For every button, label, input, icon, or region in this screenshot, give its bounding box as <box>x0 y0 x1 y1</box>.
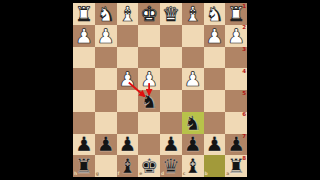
piece-white-pawn[interactable]: ♟ <box>95 25 117 47</box>
square-f3[interactable] <box>117 47 139 69</box>
piece-white-pawn[interactable]: ♟ <box>73 25 95 47</box>
square-b4[interactable] <box>204 68 226 90</box>
file-label-d: d <box>161 172 164 177</box>
square-g6[interactable] <box>95 112 117 134</box>
piece-white-pawn[interactable]: ♟ <box>204 25 226 47</box>
letterbox-left <box>0 0 73 180</box>
square-g2[interactable]: ♟ <box>95 25 117 47</box>
rank-label-2: 2 <box>242 25 246 31</box>
piece-white-pawn[interactable]: ♟ <box>138 68 160 90</box>
piece-white-knight[interactable]: ♞ <box>204 3 226 25</box>
file-label-e: e <box>139 172 142 177</box>
rank-label-8: 8 <box>242 156 246 162</box>
piece-black-pawn[interactable]: ♟ <box>160 134 182 156</box>
square-b1[interactable]: ♞ <box>204 3 226 25</box>
square-g7[interactable]: ♟ <box>95 134 117 156</box>
square-f6[interactable] <box>117 112 139 134</box>
rank-label-1: 1 <box>242 4 246 10</box>
square-a5[interactable]: 5 <box>225 90 247 112</box>
square-b5[interactable] <box>204 90 226 112</box>
piece-black-pawn[interactable]: ♟ <box>73 134 95 156</box>
square-e8[interactable]: ♚e <box>138 155 160 177</box>
square-e7[interactable] <box>138 134 160 156</box>
square-e2[interactable] <box>138 25 160 47</box>
square-b3[interactable] <box>204 47 226 69</box>
square-a3[interactable]: 3 <box>225 47 247 69</box>
square-a1[interactable]: ♜1 <box>225 3 247 25</box>
square-e4[interactable]: ♟ <box>138 68 160 90</box>
square-e6[interactable] <box>138 112 160 134</box>
piece-white-knight[interactable]: ♞ <box>95 3 117 25</box>
rank-label-3: 3 <box>242 47 246 53</box>
square-c7[interactable]: ♟ <box>182 134 204 156</box>
piece-black-knight[interactable]: ♞ <box>182 112 204 134</box>
square-c4[interactable]: ♟ <box>182 68 204 90</box>
square-d3[interactable] <box>160 47 182 69</box>
square-c8[interactable]: ♝c <box>182 155 204 177</box>
square-g5[interactable] <box>95 90 117 112</box>
piece-black-pawn[interactable]: ♟ <box>204 134 226 156</box>
square-a7[interactable]: ♟7 <box>225 134 247 156</box>
file-label-h: h <box>74 172 77 177</box>
square-b6[interactable] <box>204 112 226 134</box>
file-label-f: f <box>118 172 120 177</box>
square-a8[interactable]: ♜8a <box>225 155 247 177</box>
square-e3[interactable] <box>138 47 160 69</box>
file-label-a: a <box>226 172 229 177</box>
square-f7[interactable]: ♟ <box>117 134 139 156</box>
chess-board: ♜♞♝♚♛♝♞♜1♟♟♟♟23♟♟♟4♞5♞6♟♟♟♟♟♟♟7♜hg♝f♚e♛d… <box>73 3 247 177</box>
square-d1[interactable]: ♛ <box>160 3 182 25</box>
piece-white-king[interactable]: ♚ <box>138 3 160 25</box>
square-f4[interactable]: ♟ <box>117 68 139 90</box>
square-h7[interactable]: ♟ <box>73 134 95 156</box>
square-g3[interactable] <box>95 47 117 69</box>
square-h6[interactable] <box>73 112 95 134</box>
piece-black-bishop[interactable]: ♝ <box>117 155 139 177</box>
file-label-g: g <box>96 172 99 177</box>
square-c6[interactable]: ♞ <box>182 112 204 134</box>
square-c3[interactable] <box>182 47 204 69</box>
piece-white-queen[interactable]: ♛ <box>160 3 182 25</box>
square-d5[interactable] <box>160 90 182 112</box>
square-h1[interactable]: ♜ <box>73 3 95 25</box>
square-d6[interactable] <box>160 112 182 134</box>
square-e1[interactable]: ♚ <box>138 3 160 25</box>
square-b7[interactable]: ♟ <box>204 134 226 156</box>
square-g8[interactable]: g <box>95 155 117 177</box>
square-g1[interactable]: ♞ <box>95 3 117 25</box>
square-d7[interactable]: ♟ <box>160 134 182 156</box>
piece-black-pawn[interactable]: ♟ <box>95 134 117 156</box>
square-h2[interactable]: ♟ <box>73 25 95 47</box>
square-a6[interactable]: 6 <box>225 112 247 134</box>
piece-white-pawn[interactable]: ♟ <box>117 68 139 90</box>
piece-black-knight[interactable]: ♞ <box>138 90 160 112</box>
piece-white-pawn[interactable]: ♟ <box>182 68 204 90</box>
square-c1[interactable]: ♝ <box>182 3 204 25</box>
square-h3[interactable] <box>73 47 95 69</box>
rank-label-6: 6 <box>242 112 246 118</box>
square-d2[interactable] <box>160 25 182 47</box>
square-h4[interactable] <box>73 68 95 90</box>
square-d8[interactable]: ♛d <box>160 155 182 177</box>
square-f8[interactable]: ♝f <box>117 155 139 177</box>
square-g4[interactable] <box>95 68 117 90</box>
rank-label-5: 5 <box>242 91 246 97</box>
square-a4[interactable]: 4 <box>225 68 247 90</box>
square-h5[interactable] <box>73 90 95 112</box>
rank-label-7: 7 <box>242 134 246 140</box>
square-a2[interactable]: ♟2 <box>225 25 247 47</box>
file-label-c: c <box>183 172 186 177</box>
square-d4[interactable] <box>160 68 182 90</box>
piece-white-bishop[interactable]: ♝ <box>182 3 204 25</box>
video-frame: ♜♞♝♚♛♝♞♜1♟♟♟♟23♟♟♟4♞5♞6♟♟♟♟♟♟♟7♜hg♝f♚e♛d… <box>0 0 320 180</box>
rank-label-4: 4 <box>242 69 246 75</box>
square-f1[interactable]: ♝ <box>117 3 139 25</box>
piece-white-bishop[interactable]: ♝ <box>117 3 139 25</box>
square-b8[interactable]: b <box>204 155 226 177</box>
piece-black-pawn[interactable]: ♟ <box>117 134 139 156</box>
piece-white-rook[interactable]: ♜ <box>73 3 95 25</box>
square-h8[interactable]: ♜h <box>73 155 95 177</box>
square-e5[interactable]: ♞ <box>138 90 160 112</box>
letterbox-right <box>247 0 320 180</box>
square-c2[interactable] <box>182 25 204 47</box>
square-c5[interactable] <box>182 90 204 112</box>
square-f5[interactable] <box>117 90 139 112</box>
piece-black-pawn[interactable]: ♟ <box>182 134 204 156</box>
square-b2[interactable]: ♟ <box>204 25 226 47</box>
square-f2[interactable] <box>117 25 139 47</box>
file-label-b: b <box>205 172 208 177</box>
